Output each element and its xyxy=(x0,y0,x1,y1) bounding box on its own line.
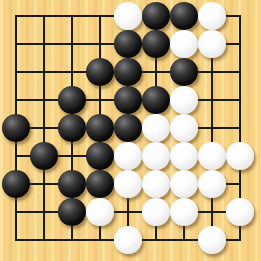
white-stone[interactable] xyxy=(198,2,226,30)
white-stone[interactable] xyxy=(170,30,198,58)
black-stone[interactable] xyxy=(142,30,170,58)
black-stone[interactable] xyxy=(114,30,142,58)
black-stone[interactable] xyxy=(86,170,114,198)
black-stone[interactable] xyxy=(86,114,114,142)
white-stone[interactable] xyxy=(226,142,254,170)
black-stone[interactable] xyxy=(2,170,30,198)
black-stone[interactable] xyxy=(142,2,170,30)
black-stone[interactable] xyxy=(2,114,30,142)
white-stone[interactable] xyxy=(86,198,114,226)
white-stone[interactable] xyxy=(170,198,198,226)
black-stone[interactable] xyxy=(58,114,86,142)
stone-layer xyxy=(2,2,254,254)
black-stone[interactable] xyxy=(30,142,58,170)
black-stone[interactable] xyxy=(114,114,142,142)
white-stone[interactable] xyxy=(226,198,254,226)
black-stone[interactable] xyxy=(142,86,170,114)
black-stone[interactable] xyxy=(114,86,142,114)
white-stone[interactable] xyxy=(142,170,170,198)
white-stone[interactable] xyxy=(198,170,226,198)
black-stone[interactable] xyxy=(86,142,114,170)
white-stone[interactable] xyxy=(114,142,142,170)
black-stone[interactable] xyxy=(58,198,86,226)
white-stone[interactable] xyxy=(198,30,226,58)
white-stone[interactable] xyxy=(142,198,170,226)
black-stone[interactable] xyxy=(58,170,86,198)
white-stone[interactable] xyxy=(170,170,198,198)
white-stone[interactable] xyxy=(170,142,198,170)
white-stone[interactable] xyxy=(170,86,198,114)
white-stone[interactable] xyxy=(142,114,170,142)
black-stone[interactable] xyxy=(170,58,198,86)
white-stone[interactable] xyxy=(114,2,142,30)
black-stone[interactable] xyxy=(86,58,114,86)
white-stone[interactable] xyxy=(170,114,198,142)
white-stone[interactable] xyxy=(114,226,142,254)
white-stone[interactable] xyxy=(114,170,142,198)
black-stone[interactable] xyxy=(58,86,86,114)
go-board[interactable] xyxy=(0,0,261,261)
black-stone[interactable] xyxy=(114,58,142,86)
black-stone[interactable] xyxy=(170,2,198,30)
white-stone[interactable] xyxy=(198,226,226,254)
white-stone[interactable] xyxy=(198,142,226,170)
white-stone[interactable] xyxy=(142,142,170,170)
